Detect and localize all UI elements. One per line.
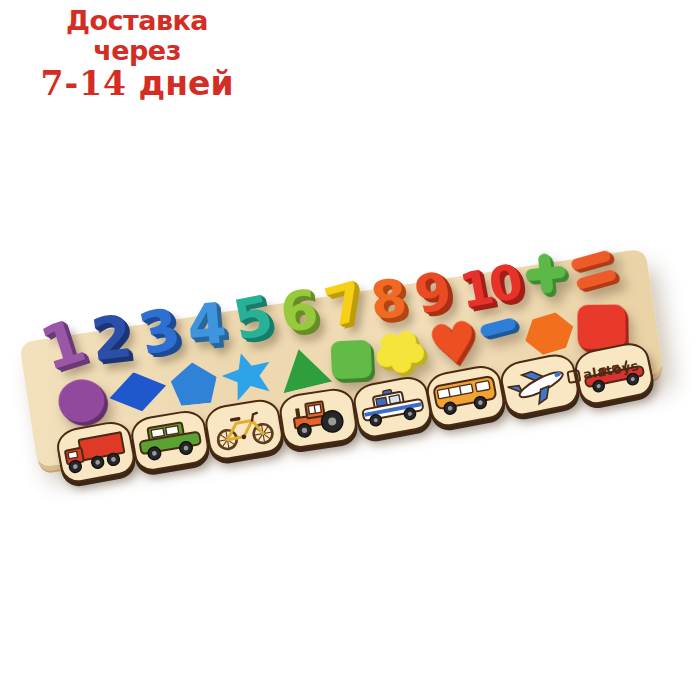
shape-square-red	[577, 304, 625, 349]
bus-icon	[429, 367, 503, 425]
number-piece-1: 1	[34, 310, 92, 380]
number-piece-10: 10	[456, 257, 523, 315]
plus-sign-piece	[523, 252, 567, 296]
vehicle-bus	[424, 362, 508, 429]
minus-sign-piece	[479, 317, 517, 338]
truck-icon	[59, 423, 133, 481]
delivery-days: 7-14	[40, 64, 127, 103]
alatoys-logo-icon	[566, 369, 581, 384]
vehicle-jeep	[128, 408, 211, 474]
number-piece-7: 7	[319, 274, 370, 336]
vehicle-tractor	[277, 386, 359, 451]
tractor-icon	[281, 390, 354, 445]
jeep-icon	[133, 412, 207, 469]
shape-pentagon	[169, 360, 219, 406]
shape-triangle	[273, 341, 331, 394]
shape-circle	[55, 376, 107, 425]
police-car-icon	[355, 378, 429, 436]
delivery-days-word: дней	[139, 64, 234, 103]
equals-sign-piece	[570, 250, 617, 292]
number-piece-8: 8	[369, 272, 410, 327]
number-piece-3: 3	[134, 299, 186, 364]
wooden-sorting-board: 1 2 3 4 5 6 7 8 9 10 ♥	[19, 248, 664, 467]
vehicle-truck	[54, 418, 138, 485]
bicycle-icon	[207, 401, 281, 458]
delivery-note-line1: Доставка через	[22, 6, 252, 66]
delivery-note: Доставка через 7-14 дней	[22, 6, 252, 103]
shape-star	[216, 345, 279, 405]
vehicle-bicycle	[202, 397, 285, 463]
shape-rhombus	[105, 366, 170, 418]
shape-heart: ♥	[425, 319, 481, 370]
number-piece-6: 6	[277, 283, 321, 341]
number-piece-2: 2	[88, 307, 135, 369]
number-piece-5: 5	[229, 287, 278, 349]
airplane-icon	[503, 355, 578, 414]
number-piece-4: 4	[185, 295, 228, 354]
vehicle-police-car	[350, 374, 434, 441]
delivery-note-line2: 7-14 дней	[22, 66, 252, 103]
shape-square-green	[331, 340, 373, 380]
shape-flower	[389, 341, 412, 364]
